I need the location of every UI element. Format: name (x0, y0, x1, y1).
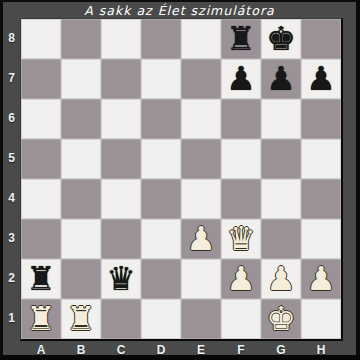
square-c5[interactable] (101, 139, 141, 179)
black-pawn: ♟ (306, 59, 336, 99)
square-f2[interactable]: ♟ (221, 259, 261, 299)
rank-label-8: 8 (3, 18, 20, 58)
square-f5[interactable] (221, 139, 261, 179)
white-pawn: ♟ (226, 259, 256, 299)
square-h6[interactable] (301, 99, 341, 139)
square-b2[interactable] (61, 259, 101, 299)
square-f7[interactable]: ♟ (221, 59, 261, 99)
square-g4[interactable] (261, 179, 301, 219)
white-pawn: ♟ (266, 259, 296, 299)
black-king: ♚ (266, 19, 296, 59)
rank-label-1: 1 (3, 298, 20, 338)
file-labels: ABCDEFGH (21, 341, 341, 358)
square-a7[interactable] (21, 59, 61, 99)
square-f6[interactable] (221, 99, 261, 139)
black-pawn: ♟ (226, 59, 256, 99)
square-h1[interactable] (301, 299, 341, 339)
square-d7[interactable] (141, 59, 181, 99)
square-g2[interactable]: ♟ (261, 259, 301, 299)
square-d8[interactable] (141, 19, 181, 59)
square-b7[interactable] (61, 59, 101, 99)
black-rook: ♜ (226, 19, 256, 59)
square-b3[interactable] (61, 219, 101, 259)
rank-labels: 87654321 (3, 18, 20, 341)
square-f1[interactable] (221, 299, 261, 339)
square-a8[interactable] (21, 19, 61, 59)
square-e2[interactable] (181, 259, 221, 299)
square-e1[interactable] (181, 299, 221, 339)
rank-label-2: 2 (3, 258, 20, 298)
square-e7[interactable] (181, 59, 221, 99)
square-e5[interactable] (181, 139, 221, 179)
rank-label-4: 4 (3, 178, 20, 218)
square-g7[interactable]: ♟ (261, 59, 301, 99)
square-b8[interactable] (61, 19, 101, 59)
title-bar: A sakk az Élet szimulátora (3, 2, 356, 18)
square-h2[interactable]: ♟ (301, 259, 341, 299)
file-label-a: A (21, 343, 61, 357)
square-d1[interactable] (141, 299, 181, 339)
square-c3[interactable] (101, 219, 141, 259)
square-f8[interactable]: ♜ (221, 19, 261, 59)
square-a1[interactable]: ♜ (21, 299, 61, 339)
white-rook: ♜ (26, 299, 56, 339)
square-d6[interactable] (141, 99, 181, 139)
window-title: A sakk az Élet szimulátora (84, 3, 274, 18)
square-h3[interactable] (301, 219, 341, 259)
file-label-f: F (221, 343, 261, 357)
square-b6[interactable] (61, 99, 101, 139)
square-c2[interactable]: ♛ (101, 259, 141, 299)
rank-label-6: 6 (3, 98, 20, 138)
white-pawn: ♟ (186, 219, 216, 259)
square-b1[interactable]: ♜ (61, 299, 101, 339)
white-rook: ♜ (66, 299, 96, 339)
file-label-b: B (61, 343, 101, 357)
file-label-h: H (301, 343, 341, 357)
square-h7[interactable]: ♟ (301, 59, 341, 99)
chess-app-window: A sakk az Élet szimulátora 87654321 ♜♚♟♟… (0, 0, 360, 360)
square-e6[interactable] (181, 99, 221, 139)
square-a5[interactable] (21, 139, 61, 179)
square-e8[interactable] (181, 19, 221, 59)
square-c7[interactable] (101, 59, 141, 99)
square-e3[interactable]: ♟ (181, 219, 221, 259)
black-pawn: ♟ (266, 59, 296, 99)
square-g6[interactable] (261, 99, 301, 139)
file-label-c: C (101, 343, 141, 357)
white-king: ♚ (266, 299, 296, 339)
square-f4[interactable] (221, 179, 261, 219)
square-a4[interactable] (21, 179, 61, 219)
square-d4[interactable] (141, 179, 181, 219)
square-a3[interactable] (21, 219, 61, 259)
white-queen: ♛ (226, 219, 256, 259)
rank-label-7: 7 (3, 58, 20, 98)
square-c8[interactable] (101, 19, 141, 59)
chess-board: ♜♚♟♟♟♟♛♜♛♟♟♟♜♜♚ (20, 18, 343, 341)
rank-label-5: 5 (3, 138, 20, 178)
rank-label-3: 3 (3, 218, 20, 258)
file-label-d: D (141, 343, 181, 357)
square-d5[interactable] (141, 139, 181, 179)
square-b5[interactable] (61, 139, 101, 179)
square-h5[interactable] (301, 139, 341, 179)
square-d3[interactable] (141, 219, 181, 259)
square-b4[interactable] (61, 179, 101, 219)
square-f3[interactable]: ♛ (221, 219, 261, 259)
square-h8[interactable] (301, 19, 341, 59)
square-h4[interactable] (301, 179, 341, 219)
file-label-g: G (261, 343, 301, 357)
square-e4[interactable] (181, 179, 221, 219)
square-g5[interactable] (261, 139, 301, 179)
square-c1[interactable] (101, 299, 141, 339)
square-g8[interactable]: ♚ (261, 19, 301, 59)
white-pawn: ♟ (306, 259, 336, 299)
file-label-e: E (181, 343, 221, 357)
square-d2[interactable] (141, 259, 181, 299)
square-a2[interactable]: ♜ (21, 259, 61, 299)
square-c6[interactable] (101, 99, 141, 139)
square-a6[interactable] (21, 99, 61, 139)
square-g1[interactable]: ♚ (261, 299, 301, 339)
square-g3[interactable] (261, 219, 301, 259)
black-rook: ♜ (26, 259, 56, 299)
black-queen: ♛ (106, 259, 136, 299)
square-c4[interactable] (101, 179, 141, 219)
